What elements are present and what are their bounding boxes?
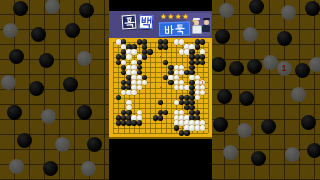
mascot-white-player-icon xyxy=(192,18,200,34)
black-stone xyxy=(184,130,189,135)
background-stone xyxy=(251,151,266,166)
background-stone xyxy=(7,105,22,120)
black-stone xyxy=(158,100,163,105)
top-letterbox xyxy=(109,0,212,11)
background-stone xyxy=(65,23,80,38)
background-stone xyxy=(213,117,228,132)
hangul-ba-glyph xyxy=(164,23,174,34)
background-move-number: 1 xyxy=(277,61,292,76)
white-stone xyxy=(126,54,131,59)
black-stone xyxy=(131,120,136,125)
white-stone xyxy=(200,125,205,130)
background-stone xyxy=(79,3,94,18)
background-stone xyxy=(237,123,252,138)
background-stone xyxy=(1,75,16,90)
black-stone xyxy=(174,125,179,130)
black-stone xyxy=(195,44,200,49)
background-stone xyxy=(277,31,292,46)
background-stone xyxy=(301,115,316,130)
background-stone xyxy=(77,105,92,120)
black-stone xyxy=(137,120,142,125)
black-stone xyxy=(147,49,152,54)
background-stone xyxy=(261,119,276,134)
background-stone xyxy=(219,3,234,18)
title-baduk-box: 바둑 xyxy=(159,21,190,36)
background-stone xyxy=(247,59,262,74)
background-stone xyxy=(9,49,24,64)
white-stone xyxy=(142,80,147,85)
grid-line xyxy=(113,133,208,134)
star-rating: ★★★★ xyxy=(160,12,189,21)
background-stone xyxy=(77,51,92,66)
background-stone xyxy=(39,53,54,68)
white-stone xyxy=(137,85,142,90)
background-stone xyxy=(31,27,46,42)
mascot-black-player-icon xyxy=(202,18,210,34)
white-stone xyxy=(131,49,136,54)
background-stone xyxy=(217,89,232,104)
grid-line xyxy=(171,42,172,133)
background-stone xyxy=(309,57,320,72)
background-stone xyxy=(81,161,96,176)
black-stone xyxy=(163,60,168,65)
white-stone xyxy=(200,90,205,95)
background-stone xyxy=(239,91,254,106)
background-stone xyxy=(3,23,18,38)
grid-line xyxy=(166,42,167,133)
white-stone xyxy=(131,90,136,95)
black-stone xyxy=(200,60,205,65)
grid-line xyxy=(208,42,209,133)
bottom-letterbox xyxy=(109,139,212,180)
background-stone xyxy=(305,1,320,16)
background-stone xyxy=(215,29,230,44)
black-stone xyxy=(116,95,121,100)
white-stone xyxy=(179,39,184,44)
background-stone xyxy=(29,81,44,96)
white-stone xyxy=(195,95,200,100)
last-move-marker: 1 xyxy=(201,81,205,85)
background-stone xyxy=(17,133,32,148)
background-stone xyxy=(87,137,102,152)
background-stone xyxy=(291,87,306,102)
background-stone xyxy=(263,55,278,70)
background-stone xyxy=(45,0,60,14)
background-stone xyxy=(13,1,28,16)
video-content-column: 흑 백 ★★★★ 바둑 xyxy=(109,0,212,180)
black-stone xyxy=(168,80,173,85)
black-stone xyxy=(200,39,205,44)
background-stone xyxy=(243,27,258,42)
background-stone: 1 xyxy=(277,61,292,76)
background-stone xyxy=(43,161,58,176)
title-banner: 흑 백 ★★★★ 바둑 xyxy=(109,11,212,38)
go-board: 1 xyxy=(109,38,212,139)
background-stone xyxy=(55,137,70,152)
background-stone xyxy=(63,77,78,92)
background-stone xyxy=(211,57,226,72)
background-stone xyxy=(229,61,244,76)
background-stone xyxy=(41,109,56,124)
title-white-box: 백 xyxy=(139,14,154,29)
background-stone xyxy=(249,0,264,14)
video-frame: 1 흑 백 ★★★★ xyxy=(0,0,320,180)
background-stone xyxy=(285,147,300,162)
background-stone xyxy=(9,159,24,174)
black-stone xyxy=(142,54,147,59)
hangul-duk-glyph xyxy=(175,23,185,34)
title-black-box: 흑 xyxy=(122,14,137,29)
background-stone xyxy=(307,143,320,158)
black-stone xyxy=(163,110,168,115)
background-stone xyxy=(223,145,238,160)
background-stone xyxy=(295,63,310,78)
black-stone xyxy=(158,115,163,120)
black-stone xyxy=(163,44,168,49)
background-stone xyxy=(281,5,296,20)
